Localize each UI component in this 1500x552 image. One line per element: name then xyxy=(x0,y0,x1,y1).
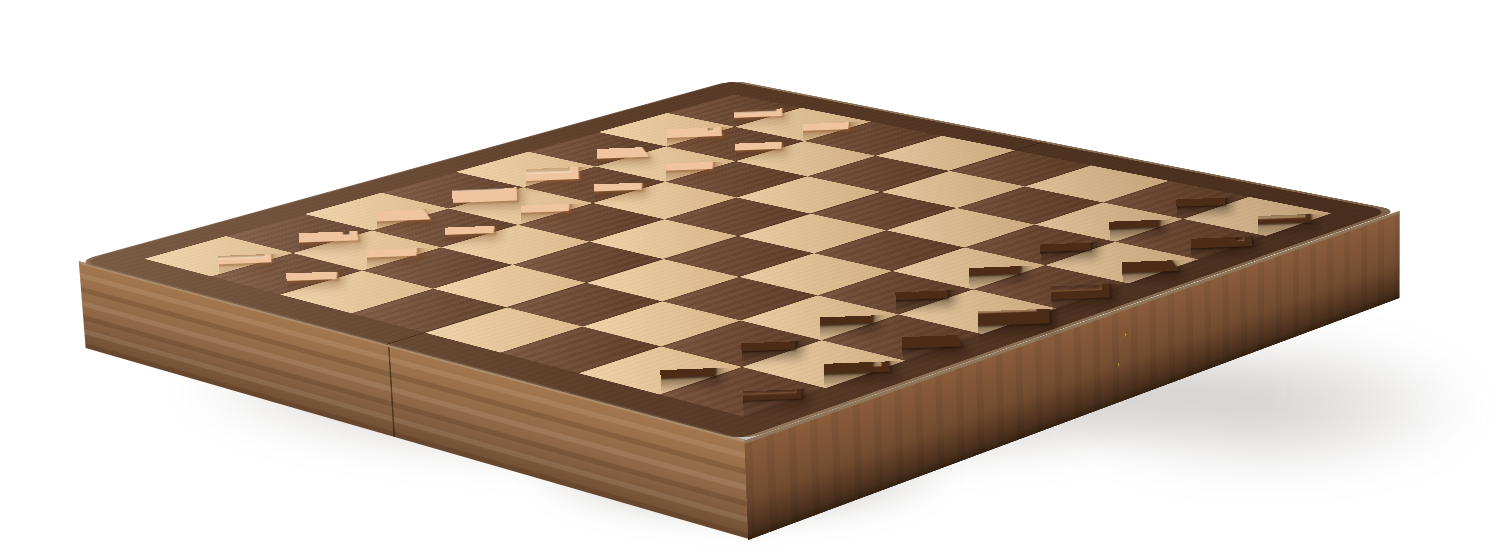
pawn-glyph: ♟ xyxy=(205,134,364,310)
chess-board: ♜♞♝♛♚♝♞♜♟♟♟♟♟♟♟♟♟♟♟♟♟♟♟♟♜♞♝♛♚♝♞♜ xyxy=(76,80,1400,441)
scene: ♜♞♝♛♚♝♞♜♟♟♟♟♟♟♟♟♟♟♟♟♟♟♟♟♜♞♝♛♚♝♞♜ xyxy=(0,0,1500,552)
rook-glyph: ♜ xyxy=(643,221,838,437)
product-photo: ♜♞♝♛♚♝♞♜♟♟♟♟♟♟♟♟♟♟♟♟♟♟♟♟♜♞♝♛♚♝♞♜ xyxy=(0,0,1500,552)
fold-seam-side xyxy=(388,347,395,437)
